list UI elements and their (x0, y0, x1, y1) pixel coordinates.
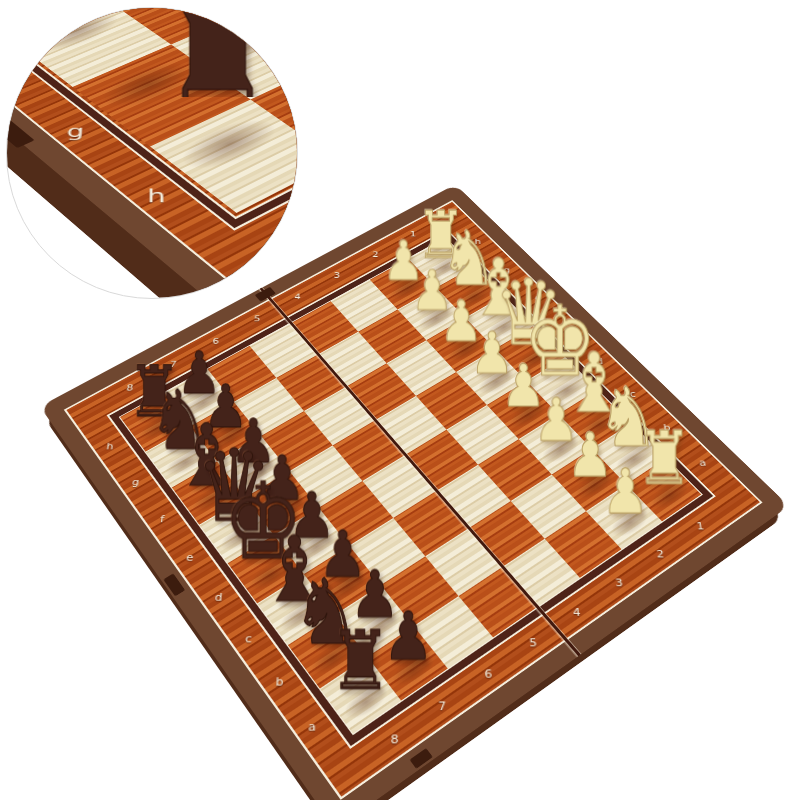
detail-inset-circle: hh88gg77ff66ee55dd44cc33bb22aa11♜♞♝♚♛♝♞♜… (6, 7, 298, 299)
file-label: h (145, 189, 167, 203)
chess-piece-glyph: ♟ (602, 460, 649, 522)
rank-label: 2 (368, 249, 383, 260)
inset-scene: hh88gg77ff66ee55dd44cc33bb22aa11♜♞♝♚♛♝♞♜… (7, 8, 297, 298)
inset-corner-board: hh88gg77ff66ee55dd44cc33bb22aa11♜♞♝♚♛♝♞♜… (6, 7, 298, 299)
rank-label: 3 (329, 270, 344, 281)
chess-piece-glyph: ♜ (329, 621, 391, 702)
chess-set-product-photo: hh88gg77ff66ee55dd44cc33bb22aa11♜♞♝♚♛♝♞♜… (0, 0, 800, 800)
rank-label: 8 (385, 731, 403, 749)
